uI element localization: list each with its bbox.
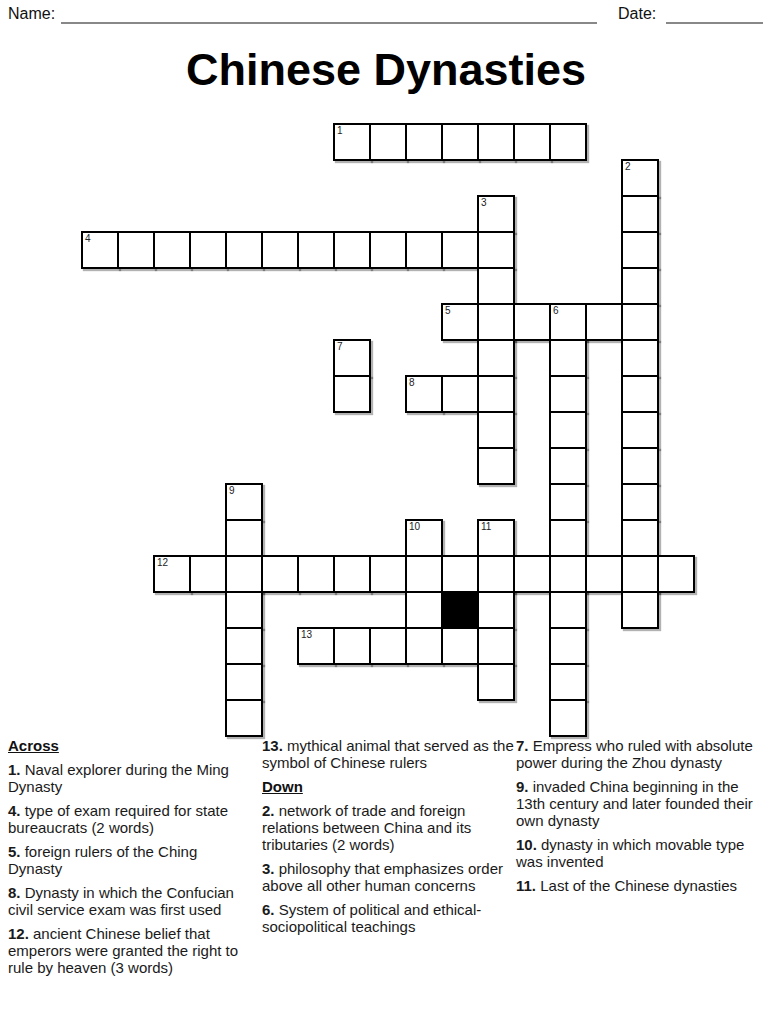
grid-cell[interactable]: [441, 231, 479, 269]
grid-cell[interactable]: [477, 339, 515, 377]
clue-column-left: Across1. Naval explorer during the Ming …: [8, 737, 254, 983]
clue-12: 12. ancient Chinese belief that emperors…: [8, 925, 254, 976]
grid-cell[interactable]: [333, 231, 371, 269]
grid-cell[interactable]: [477, 375, 515, 413]
clue-column-right: 7. Empress who ruled with absolute power…: [516, 737, 766, 901]
grid-cell[interactable]: 4: [81, 231, 119, 269]
grid-cell[interactable]: [441, 123, 479, 161]
grid-cell[interactable]: [225, 519, 263, 557]
clue-number: 9.: [516, 778, 529, 795]
grid-cell[interactable]: [405, 591, 443, 629]
cell-number: 12: [157, 557, 168, 568]
clue-2: 2. network of trade and foreign relation…: [262, 802, 514, 853]
grid-cell[interactable]: 10: [405, 519, 443, 557]
cell-number: 5: [445, 305, 451, 316]
clue-6: 6. System of political and ethical-socio…: [262, 901, 514, 935]
grid-cell[interactable]: [405, 231, 443, 269]
grid-cell[interactable]: [441, 555, 479, 593]
grid-cell[interactable]: [333, 375, 371, 413]
grid-cell[interactable]: [369, 627, 407, 665]
cell-number: 13: [301, 629, 312, 640]
grid-cell[interactable]: [405, 123, 443, 161]
grid-cell[interactable]: [621, 231, 659, 269]
grid-cell[interactable]: 3: [477, 195, 515, 233]
date-label: Date:: [618, 5, 656, 23]
grid-cell[interactable]: [369, 123, 407, 161]
grid-cell[interactable]: [549, 627, 587, 665]
grid-cell[interactable]: [621, 375, 659, 413]
grid-cell[interactable]: [477, 591, 515, 629]
grid-cell[interactable]: 9: [225, 483, 263, 521]
grid-cell[interactable]: [477, 627, 515, 665]
grid-cell[interactable]: 12: [153, 555, 191, 593]
grid-cell[interactable]: [513, 555, 551, 593]
grid-cell[interactable]: [549, 447, 587, 485]
grid-cell[interactable]: [585, 303, 623, 341]
clue-7: 7. Empress who ruled with absolute power…: [516, 737, 766, 771]
grid-cell[interactable]: [477, 231, 515, 269]
cell-number: 11: [481, 521, 491, 532]
grid-cell[interactable]: [405, 555, 443, 593]
grid-cell[interactable]: [621, 411, 659, 449]
cell-number: 2: [625, 161, 631, 172]
grid-cell[interactable]: [225, 591, 263, 629]
grid-cell[interactable]: [549, 555, 587, 593]
grid-cell[interactable]: 7: [333, 339, 371, 377]
cell-number: 9: [229, 485, 235, 496]
clue-10: 10. dynasty in which movable type was in…: [516, 836, 766, 870]
clue-8: 8. Dynasty in which the Confucian civil …: [8, 884, 254, 918]
clue-1: 1. Naval explorer during the Ming Dynast…: [8, 761, 254, 795]
grid-cell[interactable]: [621, 267, 659, 305]
cell-number: 7: [337, 341, 343, 352]
grid-cell[interactable]: [549, 591, 587, 629]
grid-cell[interactable]: [189, 231, 227, 269]
grid-cell[interactable]: [189, 555, 227, 593]
grid-cell[interactable]: [225, 627, 263, 665]
clue-number: 12.: [8, 925, 29, 942]
worksheet-page: Name: Date: Chinese Dynasties 1234567891…: [0, 0, 772, 1024]
cell-number: 1: [337, 125, 343, 136]
grid-cell[interactable]: [549, 699, 587, 737]
grid-cell[interactable]: [621, 339, 659, 377]
grid-cell[interactable]: [621, 447, 659, 485]
clue-11: 11. Last of the Chinese dynasties: [516, 877, 766, 894]
clue-number: 11.: [516, 877, 536, 894]
clue-13: 13. mythical animal that served as the s…: [262, 737, 514, 771]
grid-cell[interactable]: [369, 555, 407, 593]
grid-cell[interactable]: [369, 231, 407, 269]
black-cell: [441, 591, 479, 629]
grid-cell[interactable]: [261, 231, 299, 269]
grid-cell[interactable]: [477, 123, 515, 161]
clue-5: 5. foreign rulers of the Ching Dynasty: [8, 843, 254, 877]
clue-number: 1.: [8, 761, 21, 778]
clue-number: 3.: [262, 860, 275, 877]
grid-cell[interactable]: [153, 231, 191, 269]
grid-cell[interactable]: [297, 231, 335, 269]
grid-cell[interactable]: [585, 555, 623, 593]
grid-cell[interactable]: [549, 483, 587, 521]
across-header: Across: [8, 737, 254, 754]
clue-4: 4. type of exam required for state burea…: [8, 802, 254, 836]
grid-cell[interactable]: [333, 555, 371, 593]
grid-cell[interactable]: [441, 375, 479, 413]
grid-cell[interactable]: [549, 519, 587, 557]
grid-cell[interactable]: [261, 555, 299, 593]
grid-cell[interactable]: 11: [477, 519, 515, 557]
grid-cell[interactable]: [621, 591, 659, 629]
grid-cell[interactable]: [621, 519, 659, 557]
grid-cell[interactable]: [657, 555, 695, 593]
crossword-grid: 12345678910111213: [81, 123, 695, 737]
grid-cell[interactable]: [477, 663, 515, 701]
grid-cell[interactable]: [225, 231, 263, 269]
grid-cell[interactable]: [117, 231, 155, 269]
grid-cell[interactable]: [513, 303, 551, 341]
name-fill-line[interactable]: [61, 6, 597, 24]
cell-number: 6: [553, 305, 559, 316]
grid-cell[interactable]: [621, 483, 659, 521]
cell-number: 3: [481, 197, 487, 208]
grid-cell[interactable]: 2: [621, 159, 659, 197]
grid-cell[interactable]: [477, 411, 515, 449]
grid-cell[interactable]: [621, 555, 659, 593]
grid-cell[interactable]: 1: [333, 123, 371, 161]
grid-cell[interactable]: 6: [549, 303, 587, 341]
clue-number: 4.: [8, 802, 21, 819]
clue-number: 5.: [8, 843, 21, 860]
cell-number: 10: [409, 521, 420, 532]
grid-cell[interactable]: [621, 303, 659, 341]
grid-cell[interactable]: [225, 699, 263, 737]
grid-cell[interactable]: [549, 375, 587, 413]
grid-cell[interactable]: [225, 555, 263, 593]
down-header: Down: [262, 778, 514, 795]
grid-cell[interactable]: [477, 267, 515, 305]
grid-cell[interactable]: [549, 123, 587, 161]
grid-cell[interactable]: 8: [405, 375, 443, 413]
clue-number: 6.: [262, 901, 275, 918]
grid-cell[interactable]: [621, 195, 659, 233]
grid-cell[interactable]: [333, 627, 371, 665]
clue-number: 8.: [8, 884, 21, 901]
grid-cell[interactable]: [405, 627, 443, 665]
grid-cell[interactable]: [477, 303, 515, 341]
grid-cell[interactable]: [441, 627, 479, 665]
date-fill-line[interactable]: [666, 6, 763, 24]
grid-cell[interactable]: [477, 555, 515, 593]
grid-cell[interactable]: 5: [441, 303, 479, 341]
clue-number: 7.: [516, 737, 529, 754]
clue-9: 9. invaded China beginning in the 13th c…: [516, 778, 766, 829]
grid-cell[interactable]: [297, 555, 335, 593]
cell-number: 8: [409, 377, 415, 388]
grid-cell[interactable]: [225, 663, 263, 701]
grid-cell[interactable]: [549, 411, 587, 449]
clue-number: 2.: [262, 802, 275, 819]
clue-column-middle: 13. mythical animal that served as the s…: [262, 737, 514, 942]
grid-cell[interactable]: [477, 447, 515, 485]
cell-number: 4: [85, 233, 91, 244]
clue-number: 13.: [262, 737, 283, 754]
clue-3: 3. philosophy that emphasizes order abov…: [262, 860, 514, 894]
grid-cell[interactable]: [513, 123, 551, 161]
grid-cell[interactable]: [549, 339, 587, 377]
grid-cell[interactable]: 13: [297, 627, 335, 665]
clue-number: 10.: [516, 836, 537, 853]
page-title: Chinese Dynasties: [0, 44, 772, 96]
name-label: Name:: [8, 5, 55, 23]
grid-cell[interactable]: [549, 663, 587, 701]
